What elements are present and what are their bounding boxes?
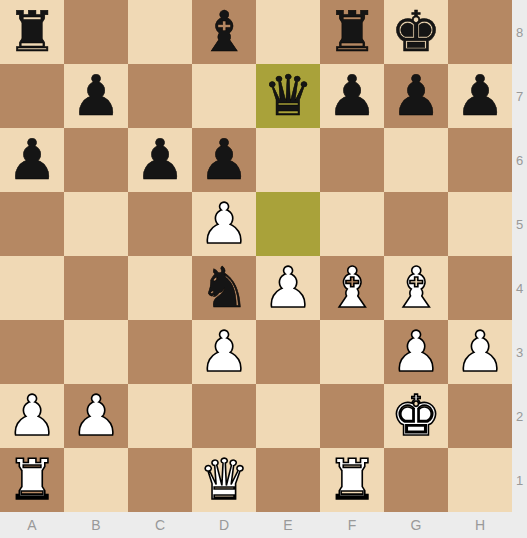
rank-label-5: 5 bbox=[512, 192, 527, 256]
square-f3[interactable] bbox=[320, 320, 384, 384]
square-h2[interactable] bbox=[448, 384, 512, 448]
square-f1[interactable]: ♜ bbox=[320, 448, 384, 512]
square-a5[interactable] bbox=[0, 192, 64, 256]
square-d7[interactable] bbox=[192, 64, 256, 128]
square-f6[interactable] bbox=[320, 128, 384, 192]
square-h1[interactable] bbox=[448, 448, 512, 512]
file-label-a: A bbox=[0, 512, 64, 538]
square-d3[interactable]: ♟ bbox=[192, 320, 256, 384]
rank-label-7: 7 bbox=[512, 64, 527, 128]
square-a6[interactable]: ♟ bbox=[0, 128, 64, 192]
piece-black-pawn[interactable]: ♟ bbox=[327, 64, 377, 128]
piece-white-king[interactable]: ♚ bbox=[391, 384, 441, 448]
square-g3[interactable]: ♟ bbox=[384, 320, 448, 384]
piece-black-king[interactable]: ♚ bbox=[391, 0, 441, 64]
chess-board: ♜♝♜♚♟♛♟♟♟♟♟♟♟♞♟♝♝♟♟♟♟♟♚♜♛♜ bbox=[0, 0, 512, 512]
piece-white-pawn[interactable]: ♟ bbox=[199, 192, 249, 256]
piece-white-pawn[interactable]: ♟ bbox=[7, 384, 57, 448]
square-b3[interactable] bbox=[64, 320, 128, 384]
square-d2[interactable] bbox=[192, 384, 256, 448]
square-h4[interactable] bbox=[448, 256, 512, 320]
file-label-f: F bbox=[320, 512, 384, 538]
square-g6[interactable] bbox=[384, 128, 448, 192]
rank-labels: 87654321 bbox=[512, 0, 527, 512]
square-e8[interactable] bbox=[256, 0, 320, 64]
square-c4[interactable] bbox=[128, 256, 192, 320]
piece-white-pawn[interactable]: ♟ bbox=[71, 384, 121, 448]
square-e2[interactable] bbox=[256, 384, 320, 448]
square-b7[interactable]: ♟ bbox=[64, 64, 128, 128]
square-d5[interactable]: ♟ bbox=[192, 192, 256, 256]
piece-black-queen[interactable]: ♛ bbox=[263, 64, 313, 128]
square-g2[interactable]: ♚ bbox=[384, 384, 448, 448]
piece-black-pawn[interactable]: ♟ bbox=[135, 128, 185, 192]
piece-white-bishop[interactable]: ♝ bbox=[391, 256, 441, 320]
square-h6[interactable] bbox=[448, 128, 512, 192]
square-h5[interactable] bbox=[448, 192, 512, 256]
square-a3[interactable] bbox=[0, 320, 64, 384]
file-label-e: E bbox=[256, 512, 320, 538]
square-e6[interactable] bbox=[256, 128, 320, 192]
rank-label-4: 4 bbox=[512, 256, 527, 320]
square-e3[interactable] bbox=[256, 320, 320, 384]
square-f7[interactable]: ♟ bbox=[320, 64, 384, 128]
file-label-c: C bbox=[128, 512, 192, 538]
piece-black-pawn[interactable]: ♟ bbox=[7, 128, 57, 192]
square-e4[interactable]: ♟ bbox=[256, 256, 320, 320]
rank-label-8: 8 bbox=[512, 0, 527, 64]
piece-black-knight[interactable]: ♞ bbox=[199, 256, 249, 320]
square-f2[interactable] bbox=[320, 384, 384, 448]
file-label-h: H bbox=[448, 512, 512, 538]
square-d1[interactable]: ♛ bbox=[192, 448, 256, 512]
square-d4[interactable]: ♞ bbox=[192, 256, 256, 320]
piece-black-rook[interactable]: ♜ bbox=[327, 0, 377, 64]
piece-black-bishop[interactable]: ♝ bbox=[199, 0, 249, 64]
square-e5[interactable] bbox=[256, 192, 320, 256]
file-label-b: B bbox=[64, 512, 128, 538]
square-c7[interactable] bbox=[128, 64, 192, 128]
rank-label-1: 1 bbox=[512, 448, 527, 512]
square-c8[interactable] bbox=[128, 0, 192, 64]
square-b4[interactable] bbox=[64, 256, 128, 320]
square-f4[interactable]: ♝ bbox=[320, 256, 384, 320]
square-g5[interactable] bbox=[384, 192, 448, 256]
square-d6[interactable]: ♟ bbox=[192, 128, 256, 192]
file-label-d: D bbox=[192, 512, 256, 538]
file-labels: ABCDEFGH bbox=[0, 512, 527, 538]
piece-black-pawn[interactable]: ♟ bbox=[391, 64, 441, 128]
file-label-g: G bbox=[384, 512, 448, 538]
piece-white-rook[interactable]: ♜ bbox=[7, 448, 57, 512]
square-a4[interactable] bbox=[0, 256, 64, 320]
square-c1[interactable] bbox=[128, 448, 192, 512]
rank-label-6: 6 bbox=[512, 128, 527, 192]
piece-white-rook[interactable]: ♜ bbox=[327, 448, 377, 512]
square-b1[interactable] bbox=[64, 448, 128, 512]
piece-white-pawn[interactable]: ♟ bbox=[455, 320, 505, 384]
piece-white-pawn[interactable]: ♟ bbox=[391, 320, 441, 384]
piece-white-bishop[interactable]: ♝ bbox=[327, 256, 377, 320]
piece-white-pawn[interactable]: ♟ bbox=[199, 320, 249, 384]
rank-label-3: 3 bbox=[512, 320, 527, 384]
square-b8[interactable] bbox=[64, 0, 128, 64]
square-b5[interactable] bbox=[64, 192, 128, 256]
piece-black-pawn[interactable]: ♟ bbox=[199, 128, 249, 192]
square-h8[interactable] bbox=[448, 0, 512, 64]
square-e7[interactable]: ♛ bbox=[256, 64, 320, 128]
square-f8[interactable]: ♜ bbox=[320, 0, 384, 64]
square-b6[interactable] bbox=[64, 128, 128, 192]
square-g8[interactable]: ♚ bbox=[384, 0, 448, 64]
square-d8[interactable]: ♝ bbox=[192, 0, 256, 64]
square-g1[interactable] bbox=[384, 448, 448, 512]
piece-black-pawn[interactable]: ♟ bbox=[71, 64, 121, 128]
square-h7[interactable]: ♟ bbox=[448, 64, 512, 128]
piece-black-rook[interactable]: ♜ bbox=[7, 0, 57, 64]
rank-label-2: 2 bbox=[512, 384, 527, 448]
square-c2[interactable] bbox=[128, 384, 192, 448]
square-g7[interactable]: ♟ bbox=[384, 64, 448, 128]
square-c5[interactable] bbox=[128, 192, 192, 256]
piece-white-queen[interactable]: ♛ bbox=[199, 448, 249, 512]
square-c3[interactable] bbox=[128, 320, 192, 384]
square-a1[interactable]: ♜ bbox=[0, 448, 64, 512]
piece-white-pawn[interactable]: ♟ bbox=[263, 256, 313, 320]
square-f5[interactable] bbox=[320, 192, 384, 256]
square-b2[interactable]: ♟ bbox=[64, 384, 128, 448]
square-a2[interactable]: ♟ bbox=[0, 384, 64, 448]
piece-black-pawn[interactable]: ♟ bbox=[455, 64, 505, 128]
square-a7[interactable] bbox=[0, 64, 64, 128]
square-c6[interactable]: ♟ bbox=[128, 128, 192, 192]
square-h3[interactable]: ♟ bbox=[448, 320, 512, 384]
square-g4[interactable]: ♝ bbox=[384, 256, 448, 320]
square-e1[interactable] bbox=[256, 448, 320, 512]
square-a8[interactable]: ♜ bbox=[0, 0, 64, 64]
